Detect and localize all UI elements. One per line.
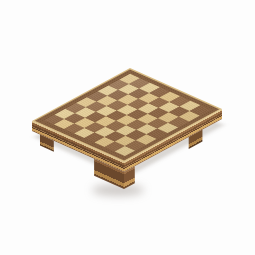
product-photo-chess-board [0,0,255,255]
